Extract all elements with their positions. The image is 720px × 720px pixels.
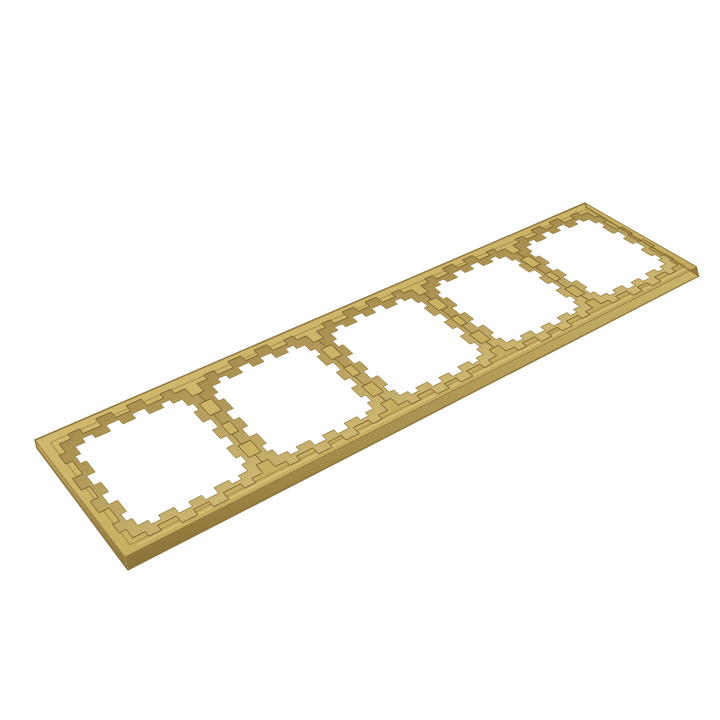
wall-frame-illustration xyxy=(0,0,720,720)
product-photo-canvas xyxy=(0,0,720,720)
